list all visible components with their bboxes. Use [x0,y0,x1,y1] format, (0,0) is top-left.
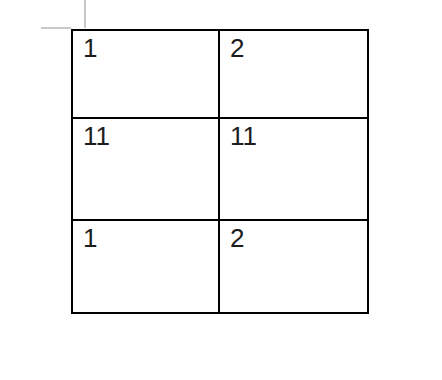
page: 1 2 11 11 1 2 [0,0,442,380]
grid-cell-r0-c1[interactable]: 2 [220,31,367,119]
grid-cell-r0-c0[interactable]: 1 [73,31,220,119]
grid-cell-r1-c0[interactable]: 11 [73,119,220,221]
margin-guide-vertical-tick [84,0,86,28]
grid-cell-r2-c1[interactable]: 2 [220,221,367,312]
number-grid-board: 1 2 11 11 1 2 [71,29,369,314]
grid-cell-r1-c1[interactable]: 11 [220,119,367,221]
margin-guide-horizontal-tick [41,27,71,29]
grid-cell-r2-c0[interactable]: 1 [73,221,220,312]
